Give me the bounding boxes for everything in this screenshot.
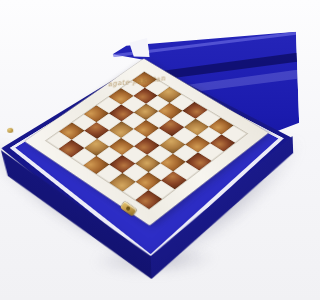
gold-hinge-pin-icon [7, 128, 13, 133]
photo-scene: agate-pakistan [0, 0, 300, 300]
